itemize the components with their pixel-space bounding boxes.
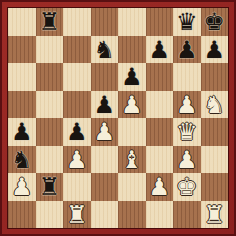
square-a6[interactable]: [8, 63, 36, 91]
square-a1[interactable]: [8, 201, 36, 229]
square-a7[interactable]: [8, 36, 36, 64]
square-d3[interactable]: [91, 146, 119, 174]
square-c4[interactable]: ♟: [63, 118, 91, 146]
square-d6[interactable]: [91, 63, 119, 91]
square-b1[interactable]: [36, 201, 64, 229]
piece-black-pawn[interactable]: ♟: [118, 63, 146, 91]
square-b2[interactable]: ♜: [36, 173, 64, 201]
piece-black-rook[interactable]: ♜: [36, 8, 64, 36]
board-rim: ♜♛♚♞♟♟♟♟♟♟♟♞♟♟♟♛♞♟♝♟♟♜♟♚♜♜: [7, 7, 229, 229]
square-c8[interactable]: [63, 8, 91, 36]
square-a8[interactable]: [8, 8, 36, 36]
square-h8[interactable]: ♚: [201, 8, 229, 36]
piece-black-knight[interactable]: ♞: [91, 36, 119, 64]
square-e7[interactable]: [118, 36, 146, 64]
square-e2[interactable]: [118, 173, 146, 201]
square-b7[interactable]: [36, 36, 64, 64]
square-f4[interactable]: [146, 118, 174, 146]
piece-black-pawn[interactable]: ♟: [63, 118, 91, 146]
square-e5[interactable]: ♟: [118, 91, 146, 119]
square-g2[interactable]: ♚: [173, 173, 201, 201]
piece-white-king[interactable]: ♚: [173, 173, 201, 201]
square-c5[interactable]: [63, 91, 91, 119]
square-h2[interactable]: [201, 173, 229, 201]
square-h6[interactable]: [201, 63, 229, 91]
piece-black-queen[interactable]: ♛: [173, 8, 201, 36]
piece-black-pawn[interactable]: ♟: [201, 36, 229, 64]
piece-white-pawn[interactable]: ♟: [91, 118, 119, 146]
square-d7[interactable]: ♞: [91, 36, 119, 64]
square-g6[interactable]: [173, 63, 201, 91]
square-f6[interactable]: [146, 63, 174, 91]
square-a2[interactable]: ♟: [8, 173, 36, 201]
square-e1[interactable]: [118, 201, 146, 229]
piece-white-bishop[interactable]: ♝: [118, 146, 146, 174]
square-d8[interactable]: [91, 8, 119, 36]
square-f2[interactable]: ♟: [146, 173, 174, 201]
piece-white-knight[interactable]: ♞: [201, 91, 229, 119]
square-d4[interactable]: ♟: [91, 118, 119, 146]
piece-black-pawn[interactable]: ♟: [146, 36, 174, 64]
square-h3[interactable]: [201, 146, 229, 174]
square-d2[interactable]: [91, 173, 119, 201]
square-e3[interactable]: ♝: [118, 146, 146, 174]
square-f1[interactable]: [146, 201, 174, 229]
piece-white-rook[interactable]: ♜: [63, 201, 91, 229]
square-g3[interactable]: ♟: [173, 146, 201, 174]
piece-white-rook[interactable]: ♜: [201, 201, 229, 229]
piece-white-pawn[interactable]: ♟: [173, 91, 201, 119]
square-a5[interactable]: [8, 91, 36, 119]
square-f8[interactable]: [146, 8, 174, 36]
square-h1[interactable]: ♜: [201, 201, 229, 229]
square-c7[interactable]: [63, 36, 91, 64]
piece-white-queen[interactable]: ♛: [173, 118, 201, 146]
square-c1[interactable]: ♜: [63, 201, 91, 229]
board-frame: ♜♛♚♞♟♟♟♟♟♟♟♞♟♟♟♛♞♟♝♟♟♜♟♚♜♜: [0, 0, 236, 236]
square-c2[interactable]: [63, 173, 91, 201]
square-b5[interactable]: [36, 91, 64, 119]
square-h5[interactable]: ♞: [201, 91, 229, 119]
square-d1[interactable]: [91, 201, 119, 229]
piece-black-pawn[interactable]: ♟: [173, 36, 201, 64]
square-g5[interactable]: ♟: [173, 91, 201, 119]
square-g4[interactable]: ♛: [173, 118, 201, 146]
square-c6[interactable]: [63, 63, 91, 91]
piece-white-pawn[interactable]: ♟: [118, 91, 146, 119]
piece-black-pawn[interactable]: ♟: [8, 118, 36, 146]
square-a4[interactable]: ♟: [8, 118, 36, 146]
square-b3[interactable]: [36, 146, 64, 174]
piece-black-king[interactable]: ♚: [201, 8, 229, 36]
square-b8[interactable]: ♜: [36, 8, 64, 36]
chess-board: ♜♛♚♞♟♟♟♟♟♟♟♞♟♟♟♛♞♟♝♟♟♜♟♚♜♜: [8, 8, 228, 228]
square-e4[interactable]: [118, 118, 146, 146]
square-e6[interactable]: ♟: [118, 63, 146, 91]
square-g7[interactable]: ♟: [173, 36, 201, 64]
square-g8[interactable]: ♛: [173, 8, 201, 36]
square-b6[interactable]: [36, 63, 64, 91]
piece-black-knight[interactable]: ♞: [8, 146, 36, 174]
square-a3[interactable]: ♞: [8, 146, 36, 174]
piece-white-pawn[interactable]: ♟: [8, 173, 36, 201]
square-h4[interactable]: [201, 118, 229, 146]
piece-white-pawn[interactable]: ♟: [63, 146, 91, 174]
piece-black-pawn[interactable]: ♟: [91, 91, 119, 119]
square-h7[interactable]: ♟: [201, 36, 229, 64]
square-b4[interactable]: [36, 118, 64, 146]
square-f5[interactable]: [146, 91, 174, 119]
square-f3[interactable]: [146, 146, 174, 174]
square-g1[interactable]: [173, 201, 201, 229]
square-c3[interactable]: ♟: [63, 146, 91, 174]
square-f7[interactable]: ♟: [146, 36, 174, 64]
piece-white-pawn[interactable]: ♟: [173, 146, 201, 174]
piece-white-pawn[interactable]: ♟: [146, 173, 174, 201]
piece-black-rook[interactable]: ♜: [36, 173, 64, 201]
square-e8[interactable]: [118, 8, 146, 36]
square-d5[interactable]: ♟: [91, 91, 119, 119]
